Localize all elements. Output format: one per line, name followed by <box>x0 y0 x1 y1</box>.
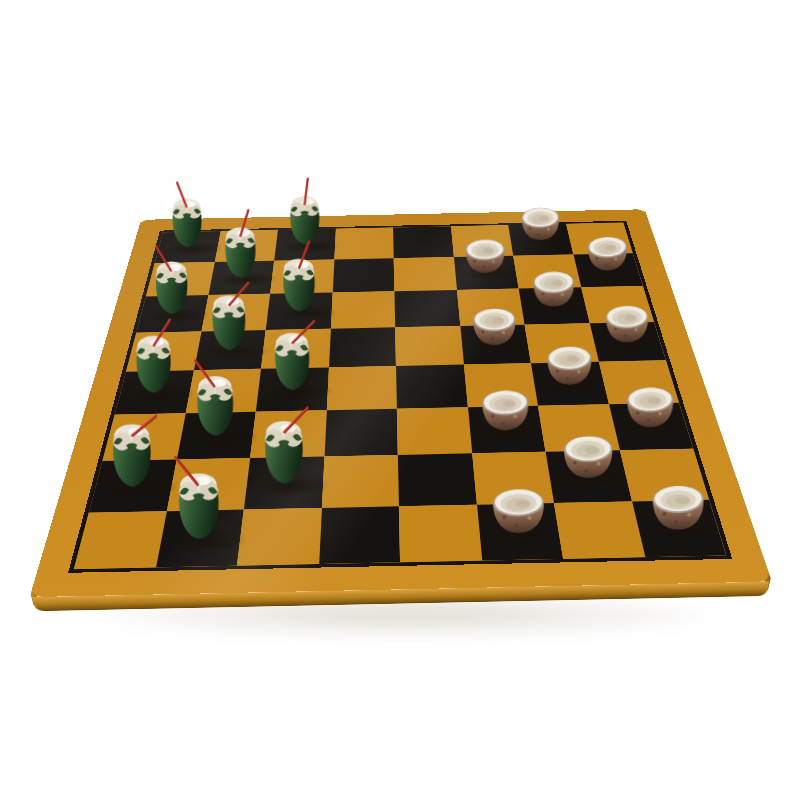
square-r1c5[interactable] <box>393 226 453 258</box>
green-coconut-glyph <box>189 340 240 440</box>
brown-coconut-glyph <box>517 202 563 243</box>
square-r1c4[interactable] <box>334 227 394 259</box>
square-r5c5[interactable] <box>396 365 467 409</box>
square-r7c4[interactable] <box>321 455 399 508</box>
brown-coconut-glyph <box>542 339 596 387</box>
square-r7c5[interactable] <box>398 453 477 506</box>
square-r4c4[interactable] <box>329 327 396 367</box>
brown-coconut-glyph <box>584 231 632 274</box>
square-r6c4[interactable] <box>324 408 398 456</box>
photo-stage <box>0 0 800 800</box>
brown-coconut-glyph <box>461 233 509 276</box>
playing-field <box>68 221 732 573</box>
square-r6c5[interactable] <box>397 407 472 455</box>
brown-coconut-glyph <box>529 265 579 309</box>
brown-coconut-glyph <box>647 478 710 534</box>
checkers-board <box>30 209 772 597</box>
square-r5c4[interactable] <box>326 366 397 410</box>
brown-coconut-glyph <box>488 481 551 537</box>
green-coconut-glyph <box>104 386 158 491</box>
brown-coconut-glyph <box>477 383 534 434</box>
square-r3c4[interactable] <box>330 291 395 328</box>
square-r2c5[interactable] <box>394 257 457 291</box>
board-front-edge <box>32 582 769 612</box>
square-r8c5[interactable] <box>399 504 482 562</box>
square-r8c7[interactable] <box>554 501 645 559</box>
green-coconut-glyph <box>256 383 310 488</box>
board-perspective-wrapper <box>90 60 702 672</box>
square-r8c4[interactable] <box>319 506 401 564</box>
square-r8c3[interactable] <box>237 508 321 566</box>
brown-coconut-glyph <box>558 428 618 481</box>
brown-coconut-glyph <box>622 380 679 431</box>
square-r2c4[interactable] <box>332 258 394 292</box>
brown-coconut-glyph <box>469 302 521 348</box>
green-coconut-glyph <box>128 301 177 396</box>
brown-coconut-glyph <box>601 299 653 345</box>
square-r8c1[interactable] <box>74 511 166 569</box>
green-coconut-glyph <box>170 433 227 543</box>
square-r3c5[interactable] <box>394 290 459 327</box>
square-r4c5[interactable] <box>395 326 463 366</box>
green-coconut-glyph <box>267 298 316 393</box>
